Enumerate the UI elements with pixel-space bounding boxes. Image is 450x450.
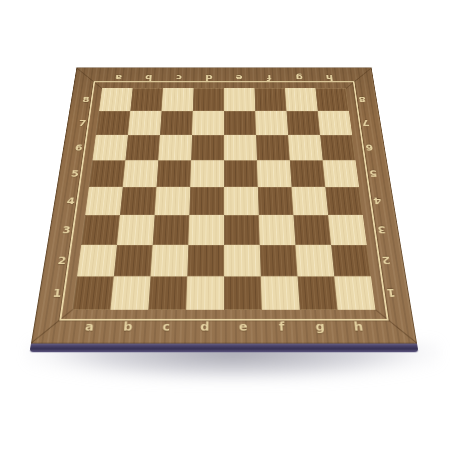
square-a1[interactable] — [73, 276, 114, 309]
file-label-bottom-h: h — [338, 310, 380, 344]
square-a7[interactable] — [96, 111, 130, 135]
square-g4[interactable] — [292, 187, 329, 215]
square-e6[interactable] — [224, 135, 257, 160]
square-d6[interactable] — [191, 135, 224, 160]
rank-label-right-7: 7 — [349, 111, 383, 135]
square-f8[interactable] — [254, 88, 286, 111]
rank-label-left-6: 6 — [61, 135, 96, 160]
square-c4[interactable] — [155, 187, 191, 215]
file-label-top-f: f — [254, 67, 285, 88]
square-h4[interactable] — [325, 187, 363, 215]
square-a3[interactable] — [81, 215, 120, 245]
rank-label-left-7: 7 — [65, 111, 99, 135]
square-c1[interactable] — [148, 276, 187, 309]
square-h6[interactable] — [320, 135, 355, 160]
square-f2[interactable] — [260, 245, 298, 276]
square-b4[interactable] — [120, 187, 157, 215]
square-b6[interactable] — [125, 135, 160, 160]
rank-label-left-8: 8 — [69, 88, 102, 111]
file-label-top-g: g — [284, 67, 316, 88]
rank-label-right-1: 1 — [371, 276, 412, 309]
square-e7[interactable] — [224, 111, 256, 135]
square-f6[interactable] — [256, 135, 290, 160]
square-c8[interactable] — [162, 88, 194, 111]
file-label-top-h: h — [313, 67, 346, 88]
square-e8[interactable] — [224, 88, 255, 111]
rank-label-right-4: 4 — [359, 187, 396, 215]
square-b5[interactable] — [123, 160, 159, 187]
square-a4[interactable] — [85, 187, 123, 215]
file-label-bottom-g: g — [300, 310, 341, 344]
square-f3[interactable] — [259, 215, 296, 245]
square-d7[interactable] — [192, 111, 224, 135]
square-d1[interactable] — [186, 276, 224, 309]
square-e3[interactable] — [224, 215, 260, 245]
chess-board: abcdefgh abcdefgh 87654321 87654321 — [30, 67, 419, 352]
square-e1[interactable] — [224, 276, 262, 309]
board-grid — [73, 88, 376, 310]
square-a2[interactable] — [77, 245, 117, 276]
rank-label-right-3: 3 — [363, 215, 401, 245]
board-frame: abcdefgh abcdefgh 87654321 87654321 — [31, 67, 417, 343]
square-b1[interactable] — [110, 276, 150, 309]
file-label-bottom-e: e — [224, 310, 263, 344]
rank-label-left-1: 1 — [37, 276, 78, 309]
rank-label-right-6: 6 — [352, 135, 387, 160]
square-h7[interactable] — [318, 111, 352, 135]
square-e5[interactable] — [224, 160, 258, 187]
rank-label-left-4: 4 — [52, 187, 89, 215]
square-b7[interactable] — [128, 111, 162, 135]
square-d3[interactable] — [188, 215, 224, 245]
rank-label-left-3: 3 — [47, 215, 85, 245]
rank-label-right-8: 8 — [346, 88, 379, 111]
square-b2[interactable] — [114, 245, 153, 276]
rank-label-right-2: 2 — [367, 245, 406, 276]
square-d4[interactable] — [189, 187, 224, 215]
square-h8[interactable] — [315, 88, 349, 111]
square-f1[interactable] — [261, 276, 300, 309]
square-h1[interactable] — [334, 276, 375, 309]
square-c5[interactable] — [156, 160, 191, 187]
square-a5[interactable] — [89, 160, 125, 187]
file-label-bottom-c: c — [146, 310, 186, 344]
square-b3[interactable] — [117, 215, 155, 245]
square-g7[interactable] — [286, 111, 320, 135]
file-labels-bottom: abcdefgh — [68, 310, 380, 344]
square-c3[interactable] — [153, 215, 190, 245]
file-label-bottom-b: b — [107, 310, 148, 344]
square-d5[interactable] — [190, 160, 224, 187]
square-b8[interactable] — [130, 88, 163, 111]
square-d2[interactable] — [187, 245, 224, 276]
square-c6[interactable] — [158, 135, 192, 160]
square-a6[interactable] — [92, 135, 127, 160]
square-e2[interactable] — [224, 245, 261, 276]
board-front-edge — [30, 344, 419, 353]
file-labels-top: abcdefgh — [102, 67, 346, 88]
square-g8[interactable] — [285, 88, 318, 111]
file-label-top-a: a — [102, 67, 135, 88]
file-label-bottom-a: a — [68, 310, 110, 344]
square-d8[interactable] — [193, 88, 224, 111]
file-label-top-c: c — [163, 67, 194, 88]
square-g6[interactable] — [288, 135, 323, 160]
square-h5[interactable] — [323, 160, 359, 187]
square-g5[interactable] — [290, 160, 326, 187]
square-g2[interactable] — [295, 245, 334, 276]
file-label-bottom-f: f — [262, 310, 302, 344]
rank-label-right-5: 5 — [356, 160, 392, 187]
square-g1[interactable] — [297, 276, 337, 309]
square-c7[interactable] — [160, 111, 193, 135]
file-label-top-d: d — [194, 67, 224, 88]
square-f7[interactable] — [255, 111, 288, 135]
rank-label-left-5: 5 — [57, 160, 93, 187]
photo-background: abcdefgh abcdefgh 87654321 87654321 — [0, 0, 450, 450]
square-h3[interactable] — [328, 215, 367, 245]
square-h2[interactable] — [331, 245, 371, 276]
square-c2[interactable] — [151, 245, 189, 276]
rank-label-left-2: 2 — [42, 245, 81, 276]
file-label-top-b: b — [133, 67, 165, 88]
file-label-top-e: e — [224, 67, 254, 88]
square-f5[interactable] — [257, 160, 292, 187]
square-g3[interactable] — [293, 215, 331, 245]
file-label-bottom-d: d — [185, 310, 224, 344]
square-e4[interactable] — [224, 187, 259, 215]
square-f4[interactable] — [258, 187, 294, 215]
square-a8[interactable] — [99, 88, 133, 111]
